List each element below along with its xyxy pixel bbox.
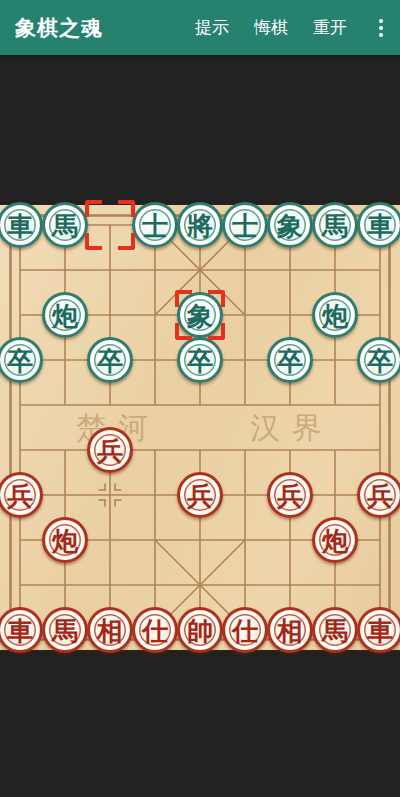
piece-black-將[interactable]: 將	[177, 202, 223, 248]
piece-black-車[interactable]: 車	[357, 202, 400, 248]
piece-glyph: 馬	[322, 618, 348, 644]
piece-glyph: 馬	[52, 618, 78, 644]
piece-red-兵[interactable]: 兵	[87, 427, 133, 473]
piece-glyph: 兵	[187, 483, 213, 509]
piece-glyph: 兵	[97, 438, 123, 464]
piece-glyph: 仕	[232, 618, 258, 644]
piece-glyph: 馬	[322, 213, 348, 239]
restart-button[interactable]: 重开	[313, 16, 347, 39]
piece-glyph: 相	[97, 618, 123, 644]
piece-black-士[interactable]: 士	[132, 202, 178, 248]
piece-black-馬[interactable]: 馬	[42, 202, 88, 248]
piece-black-卒[interactable]: 卒	[0, 337, 43, 383]
piece-red-炮[interactable]: 炮	[312, 517, 358, 563]
piece-red-仕[interactable]: 仕	[222, 607, 268, 653]
piece-red-馬[interactable]: 馬	[42, 607, 88, 653]
piece-glyph: 士	[142, 213, 168, 239]
piece-black-卒[interactable]: 卒	[177, 337, 223, 383]
app-bar-menu: 提示 悔棋 重开	[195, 16, 400, 40]
piece-black-炮[interactable]: 炮	[312, 292, 358, 338]
piece-red-兵[interactable]: 兵	[0, 472, 43, 518]
piece-glyph: 兵	[7, 483, 33, 509]
piece-red-帥[interactable]: 帥	[177, 607, 223, 653]
piece-black-車[interactable]: 車	[0, 202, 43, 248]
piece-glyph: 兵	[277, 483, 303, 509]
piece-glyph: 炮	[52, 528, 78, 554]
app-bar: 象棋之魂 提示 悔棋 重开	[0, 0, 400, 55]
board-pieces-grid: 車馬士將士象馬車炮象炮卒卒卒卒卒兵兵兵兵兵炮炮車馬相仕帥仕相馬車	[0, 203, 400, 653]
piece-black-卒[interactable]: 卒	[87, 337, 133, 383]
piece-red-兵[interactable]: 兵	[177, 472, 223, 518]
piece-glyph: 兵	[367, 483, 393, 509]
app-title: 象棋之魂	[15, 14, 103, 42]
piece-glyph: 卒	[187, 348, 213, 374]
piece-glyph: 馬	[52, 213, 78, 239]
piece-red-馬[interactable]: 馬	[312, 607, 358, 653]
piece-red-相[interactable]: 相	[267, 607, 313, 653]
piece-glyph: 車	[367, 618, 393, 644]
piece-black-象[interactable]: 象	[177, 292, 223, 338]
piece-glyph: 車	[367, 213, 393, 239]
piece-glyph: 車	[7, 618, 33, 644]
piece-glyph: 象	[277, 213, 303, 239]
piece-glyph: 炮	[322, 303, 348, 329]
piece-glyph: 炮	[52, 303, 78, 329]
piece-glyph: 仕	[142, 618, 168, 644]
piece-black-馬[interactable]: 馬	[312, 202, 358, 248]
piece-glyph: 炮	[322, 528, 348, 554]
piece-red-仕[interactable]: 仕	[132, 607, 178, 653]
piece-black-士[interactable]: 士	[222, 202, 268, 248]
piece-black-炮[interactable]: 炮	[42, 292, 88, 338]
piece-black-象[interactable]: 象	[267, 202, 313, 248]
piece-glyph: 相	[277, 618, 303, 644]
piece-red-車[interactable]: 車	[357, 607, 400, 653]
piece-black-卒[interactable]: 卒	[267, 337, 313, 383]
overflow-menu-icon[interactable]	[372, 16, 390, 40]
hint-button[interactable]: 提示	[195, 16, 229, 39]
piece-black-卒[interactable]: 卒	[357, 337, 400, 383]
piece-red-兵[interactable]: 兵	[357, 472, 400, 518]
piece-glyph: 卒	[367, 348, 393, 374]
piece-glyph: 卒	[7, 348, 33, 374]
piece-glyph: 卒	[277, 348, 303, 374]
piece-red-車[interactable]: 車	[0, 607, 43, 653]
undo-move-button[interactable]: 悔棋	[254, 16, 288, 39]
piece-glyph: 車	[7, 213, 33, 239]
piece-glyph: 帥	[187, 618, 213, 644]
piece-glyph: 卒	[97, 348, 123, 374]
piece-glyph: 士	[232, 213, 258, 239]
piece-red-炮[interactable]: 炮	[42, 517, 88, 563]
piece-glyph: 將	[187, 213, 213, 239]
piece-glyph: 象	[187, 303, 213, 329]
app-screen: 象棋之魂 提示 悔棋 重开	[0, 0, 400, 797]
piece-red-相[interactable]: 相	[87, 607, 133, 653]
piece-red-兵[interactable]: 兵	[267, 472, 313, 518]
